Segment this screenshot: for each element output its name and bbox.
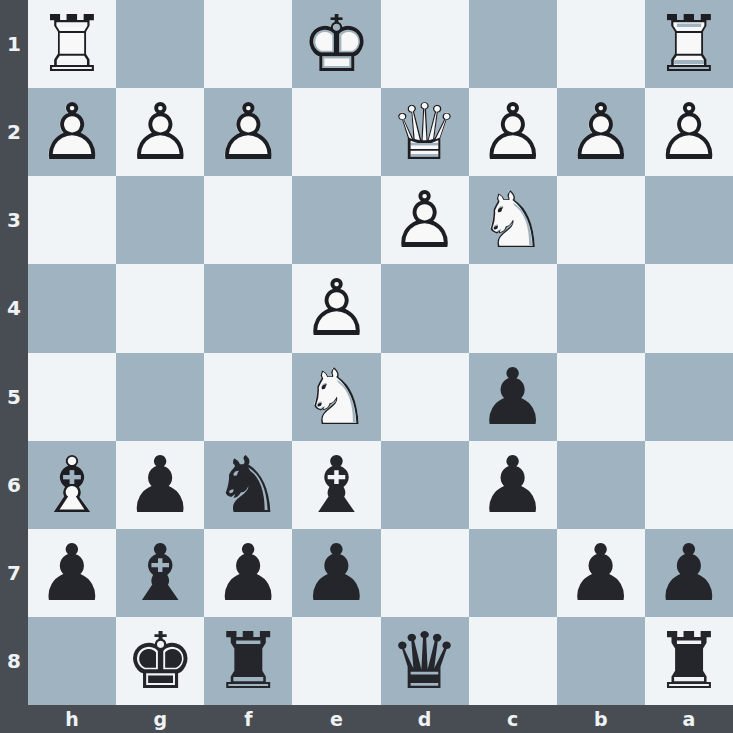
square-d3[interactable]: ♟♙ xyxy=(381,176,469,264)
square-e8[interactable] xyxy=(292,617,380,705)
square-a2[interactable]: ♟♙ xyxy=(645,88,733,176)
square-b4[interactable] xyxy=(557,264,645,352)
square-b2[interactable]: ♟♙ xyxy=(557,88,645,176)
rank-label-7: 7 xyxy=(0,529,28,617)
white-knight-fill: ♞ xyxy=(469,176,557,264)
square-e6[interactable]: ♝ xyxy=(292,441,380,529)
square-d7[interactable] xyxy=(381,529,469,617)
black-pawn: ♟ xyxy=(116,441,204,529)
square-e3[interactable] xyxy=(292,176,380,264)
square-b5[interactable] xyxy=(557,353,645,441)
square-d4[interactable] xyxy=(381,264,469,352)
square-b7[interactable]: ♟ xyxy=(557,529,645,617)
black-king: ♚ xyxy=(116,617,204,705)
white-pawn: ♙ xyxy=(28,88,116,176)
rank-label-1: 1 xyxy=(0,0,28,88)
white-pawn: ♙ xyxy=(469,88,557,176)
black-pawn: ♟ xyxy=(292,529,380,617)
file-label-d: d xyxy=(381,705,469,733)
square-f3[interactable] xyxy=(204,176,292,264)
square-b1[interactable] xyxy=(557,0,645,88)
white-pawn: ♙ xyxy=(116,88,204,176)
file-labels: hgfedcba xyxy=(28,705,733,733)
square-g2[interactable]: ♟♙ xyxy=(116,88,204,176)
white-pawn-fill: ♟ xyxy=(28,88,116,176)
black-pawn: ♟ xyxy=(204,529,292,617)
square-b3[interactable] xyxy=(557,176,645,264)
file-label-b: b xyxy=(557,705,645,733)
black-knight: ♞ xyxy=(204,441,292,529)
black-pawn: ♟ xyxy=(557,529,645,617)
black-pawn: ♟ xyxy=(469,441,557,529)
file-label-f: f xyxy=(204,705,292,733)
square-d6[interactable] xyxy=(381,441,469,529)
square-h8[interactable] xyxy=(28,617,116,705)
black-bishop: ♝ xyxy=(116,529,204,617)
white-pawn-fill: ♟ xyxy=(381,176,469,264)
white-king-fill: ♚ xyxy=(292,0,380,88)
square-e1[interactable]: ♚♔ xyxy=(292,0,380,88)
square-d2[interactable]: ♛♕ xyxy=(381,88,469,176)
white-pawn-fill: ♟ xyxy=(292,264,380,352)
square-h3[interactable] xyxy=(28,176,116,264)
rank-label-6: 6 xyxy=(0,441,28,529)
square-a8[interactable]: ♜ xyxy=(645,617,733,705)
black-pawn: ♟ xyxy=(469,353,557,441)
rank-labels: 12345678 xyxy=(0,0,28,705)
white-rook-fill: ♜ xyxy=(28,0,116,88)
rank-label-8: 8 xyxy=(0,617,28,705)
square-e4[interactable]: ♟♙ xyxy=(292,264,380,352)
white-pawn-fill: ♟ xyxy=(204,88,292,176)
white-bishop-fill: ♝ xyxy=(28,441,116,529)
square-a4[interactable] xyxy=(645,264,733,352)
black-rook: ♜ xyxy=(645,617,733,705)
square-c2[interactable]: ♟♙ xyxy=(469,88,557,176)
white-pawn: ♙ xyxy=(645,88,733,176)
white-pawn-fill: ♟ xyxy=(116,88,204,176)
white-pawn: ♙ xyxy=(204,88,292,176)
square-g8[interactable]: ♚ xyxy=(116,617,204,705)
square-f5[interactable] xyxy=(204,353,292,441)
square-e2[interactable] xyxy=(292,88,380,176)
square-f2[interactable]: ♟♙ xyxy=(204,88,292,176)
black-pawn: ♟ xyxy=(645,529,733,617)
square-a3[interactable] xyxy=(645,176,733,264)
rank-label-3: 3 xyxy=(0,176,28,264)
square-c5[interactable]: ♟ xyxy=(469,353,557,441)
square-c6[interactable]: ♟ xyxy=(469,441,557,529)
square-f6[interactable]: ♞ xyxy=(204,441,292,529)
white-queen-fill: ♛ xyxy=(381,88,469,176)
square-g5[interactable] xyxy=(116,353,204,441)
chess-board-frame: 12345678 ♜♖♚♔♜♖♟♙♟♙♟♙♛♕♟♙♟♙♟♙♟♙♞♘♟♙♞♘♟♝♗… xyxy=(0,0,733,733)
black-pawn: ♟ xyxy=(28,529,116,617)
white-queen: ♕ xyxy=(381,88,469,176)
white-pawn-fill: ♟ xyxy=(469,88,557,176)
square-d8[interactable]: ♛ xyxy=(381,617,469,705)
file-label-c: c xyxy=(469,705,557,733)
white-knight-fill: ♞ xyxy=(292,353,380,441)
black-queen: ♛ xyxy=(381,617,469,705)
square-c1[interactable] xyxy=(469,0,557,88)
square-d1[interactable] xyxy=(381,0,469,88)
square-g7[interactable]: ♝ xyxy=(116,529,204,617)
square-c8[interactable] xyxy=(469,617,557,705)
rank-label-2: 2 xyxy=(0,88,28,176)
square-g1[interactable] xyxy=(116,0,204,88)
square-f7[interactable]: ♟ xyxy=(204,529,292,617)
black-bishop: ♝ xyxy=(292,441,380,529)
square-h7[interactable]: ♟ xyxy=(28,529,116,617)
square-c7[interactable] xyxy=(469,529,557,617)
file-label-e: e xyxy=(292,705,380,733)
white-pawn-fill: ♟ xyxy=(645,88,733,176)
square-d5[interactable] xyxy=(381,353,469,441)
square-c4[interactable] xyxy=(469,264,557,352)
square-g3[interactable] xyxy=(116,176,204,264)
square-a7[interactable]: ♟ xyxy=(645,529,733,617)
rank-label-4: 4 xyxy=(0,264,28,352)
square-a6[interactable] xyxy=(645,441,733,529)
square-h1[interactable]: ♜♖ xyxy=(28,0,116,88)
square-b8[interactable] xyxy=(557,617,645,705)
file-label-g: g xyxy=(116,705,204,733)
chess-board: ♜♖♚♔♜♖♟♙♟♙♟♙♛♕♟♙♟♙♟♙♟♙♞♘♟♙♞♘♟♝♗♟♞♝♟♟♝♟♟♟… xyxy=(28,0,733,705)
rank-label-5: 5 xyxy=(0,353,28,441)
white-pawn: ♙ xyxy=(292,264,380,352)
square-h5[interactable] xyxy=(28,353,116,441)
white-bishop: ♗ xyxy=(28,441,116,529)
white-pawn-fill: ♟ xyxy=(557,88,645,176)
square-h2[interactable]: ♟♙ xyxy=(28,88,116,176)
white-king: ♔ xyxy=(292,0,380,88)
square-e5[interactable]: ♞♘ xyxy=(292,353,380,441)
square-e7[interactable]: ♟ xyxy=(292,529,380,617)
square-g6[interactable]: ♟ xyxy=(116,441,204,529)
black-rook: ♜ xyxy=(204,617,292,705)
square-a5[interactable] xyxy=(645,353,733,441)
white-rook: ♖ xyxy=(28,0,116,88)
white-knight: ♘ xyxy=(469,176,557,264)
square-h4[interactable] xyxy=(28,264,116,352)
white-rook-fill: ♜ xyxy=(645,0,733,88)
square-b6[interactable] xyxy=(557,441,645,529)
square-a1[interactable]: ♜♖ xyxy=(645,0,733,88)
white-knight: ♘ xyxy=(292,353,380,441)
file-label-h: h xyxy=(28,705,116,733)
square-f1[interactable] xyxy=(204,0,292,88)
white-pawn: ♙ xyxy=(381,176,469,264)
white-pawn: ♙ xyxy=(557,88,645,176)
square-f8[interactable]: ♜ xyxy=(204,617,292,705)
white-rook: ♖ xyxy=(645,0,733,88)
square-c3[interactable]: ♞♘ xyxy=(469,176,557,264)
square-h6[interactable]: ♝♗ xyxy=(28,441,116,529)
file-label-a: a xyxy=(645,705,733,733)
square-f4[interactable] xyxy=(204,264,292,352)
square-g4[interactable] xyxy=(116,264,204,352)
